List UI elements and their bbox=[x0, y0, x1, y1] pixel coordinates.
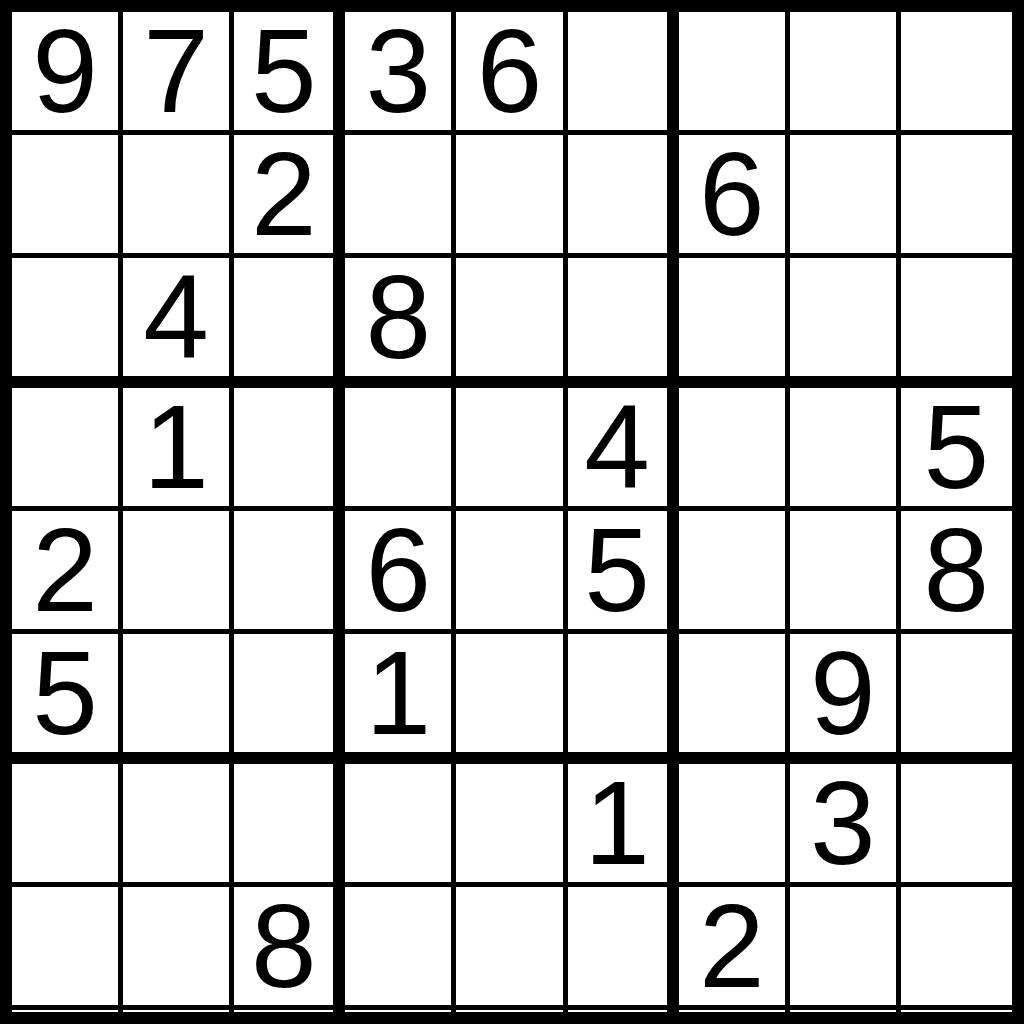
cell-r9c1[interactable] bbox=[12, 1010, 123, 1024]
cell-r7c4[interactable] bbox=[345, 764, 456, 887]
cell-r8c9[interactable] bbox=[901, 887, 1012, 1010]
sudoku-board: 9753626481452658519138226987 bbox=[0, 0, 1024, 1024]
cell-r9c2[interactable] bbox=[123, 1010, 234, 1024]
cell-r6c8-given: 9 bbox=[790, 634, 901, 764]
cell-r1c2-given: 7 bbox=[123, 12, 234, 135]
cell-r5c1-given: 2 bbox=[12, 511, 123, 634]
cell-r4c2-given: 1 bbox=[123, 388, 234, 511]
cell-r5c7[interactable] bbox=[679, 511, 790, 634]
cell-r4c3[interactable] bbox=[234, 388, 345, 511]
cell-r8c4[interactable] bbox=[345, 887, 456, 1010]
cell-r6c5[interactable] bbox=[456, 634, 567, 764]
cell-r4c1[interactable] bbox=[12, 388, 123, 511]
cell-r8c2[interactable] bbox=[123, 887, 234, 1010]
cell-r2c5[interactable] bbox=[456, 135, 567, 258]
cell-r3c5[interactable] bbox=[456, 258, 567, 388]
cell-r3c6[interactable] bbox=[568, 258, 679, 388]
cell-r4c4[interactable] bbox=[345, 388, 456, 511]
cell-r1c4-given: 3 bbox=[345, 12, 456, 135]
cell-r9c9-given: 7 bbox=[901, 1010, 1012, 1024]
cell-r8c7-given: 2 bbox=[679, 887, 790, 1010]
cell-r5c2[interactable] bbox=[123, 511, 234, 634]
cell-r2c4[interactable] bbox=[345, 135, 456, 258]
cell-r1c1-given: 9 bbox=[12, 12, 123, 135]
cell-r2c8[interactable] bbox=[790, 135, 901, 258]
cell-r7c5[interactable] bbox=[456, 764, 567, 887]
cell-r5c6-given: 5 bbox=[568, 511, 679, 634]
cell-r7c8-given: 3 bbox=[790, 764, 901, 887]
cell-r9c5-given: 2 bbox=[456, 1010, 567, 1024]
cell-r5c9-given: 8 bbox=[901, 511, 1012, 634]
cell-r6c4-given: 1 bbox=[345, 634, 456, 764]
cell-r2c3-given: 2 bbox=[234, 135, 345, 258]
cell-r5c8[interactable] bbox=[790, 511, 901, 634]
cell-r3c2-given: 4 bbox=[123, 258, 234, 388]
cell-r2c9[interactable] bbox=[901, 135, 1012, 258]
cell-r9c8-given: 8 bbox=[790, 1010, 901, 1024]
cell-r9c3[interactable] bbox=[234, 1010, 345, 1024]
cell-r3c9[interactable] bbox=[901, 258, 1012, 388]
cell-r6c9[interactable] bbox=[901, 634, 1012, 764]
cell-r3c4-given: 8 bbox=[345, 258, 456, 388]
cell-r4c5[interactable] bbox=[456, 388, 567, 511]
cell-r8c1[interactable] bbox=[12, 887, 123, 1010]
cell-r5c3[interactable] bbox=[234, 511, 345, 634]
cell-r1c8[interactable] bbox=[790, 12, 901, 135]
cell-r3c7[interactable] bbox=[679, 258, 790, 388]
cell-r4c6-given: 4 bbox=[568, 388, 679, 511]
cell-r7c7[interactable] bbox=[679, 764, 790, 887]
cell-r1c6[interactable] bbox=[568, 12, 679, 135]
cell-r5c5[interactable] bbox=[456, 511, 567, 634]
cell-r3c3[interactable] bbox=[234, 258, 345, 388]
cell-r6c1-given: 5 bbox=[12, 634, 123, 764]
cell-r7c1[interactable] bbox=[12, 764, 123, 887]
cell-r9c4[interactable] bbox=[345, 1010, 456, 1024]
cell-r7c6-given: 1 bbox=[568, 764, 679, 887]
cell-r4c8[interactable] bbox=[790, 388, 901, 511]
cell-r2c1[interactable] bbox=[12, 135, 123, 258]
cell-r1c7[interactable] bbox=[679, 12, 790, 135]
cell-r8c6[interactable] bbox=[568, 887, 679, 1010]
cell-r4c9-given: 5 bbox=[901, 388, 1012, 511]
cell-r8c8[interactable] bbox=[790, 887, 901, 1010]
cell-r7c9[interactable] bbox=[901, 764, 1012, 887]
cell-r8c5[interactable] bbox=[456, 887, 567, 1010]
cell-r3c1[interactable] bbox=[12, 258, 123, 388]
cell-r7c3[interactable] bbox=[234, 764, 345, 887]
cell-r9c7-given: 9 bbox=[679, 1010, 790, 1024]
cell-r6c6[interactable] bbox=[568, 634, 679, 764]
cell-r1c9[interactable] bbox=[901, 12, 1012, 135]
cell-r2c2[interactable] bbox=[123, 135, 234, 258]
cell-r4c7[interactable] bbox=[679, 388, 790, 511]
cell-r5c4-given: 6 bbox=[345, 511, 456, 634]
cell-r7c2[interactable] bbox=[123, 764, 234, 887]
cell-r6c3[interactable] bbox=[234, 634, 345, 764]
cell-r1c3-given: 5 bbox=[234, 12, 345, 135]
cell-r2c6[interactable] bbox=[568, 135, 679, 258]
cell-r6c7[interactable] bbox=[679, 634, 790, 764]
cell-r2c7-given: 6 bbox=[679, 135, 790, 258]
cell-r3c8[interactable] bbox=[790, 258, 901, 388]
cell-r1c5-given: 6 bbox=[456, 12, 567, 135]
cell-r9c6-given: 6 bbox=[568, 1010, 679, 1024]
cell-r6c2[interactable] bbox=[123, 634, 234, 764]
cell-r8c3-given: 8 bbox=[234, 887, 345, 1010]
